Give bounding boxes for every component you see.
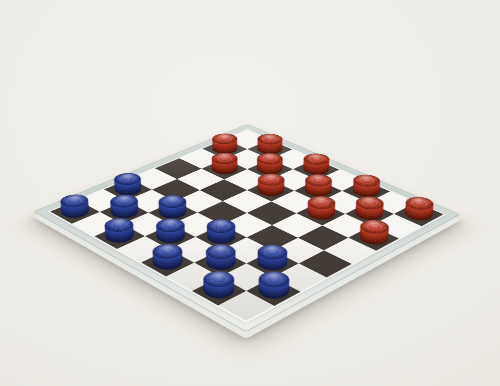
board-playfield <box>50 130 443 321</box>
checker-blue[interactable] <box>56 203 94 221</box>
photo-backdrop <box>0 0 500 386</box>
checker-red[interactable] <box>400 205 438 223</box>
checker-blue[interactable] <box>100 227 139 246</box>
checker-blue[interactable] <box>147 252 188 273</box>
checkers-board <box>33 124 460 332</box>
scene-3d <box>0 0 500 386</box>
checker-red[interactable] <box>302 205 340 223</box>
checker-blue[interactable] <box>198 280 240 302</box>
